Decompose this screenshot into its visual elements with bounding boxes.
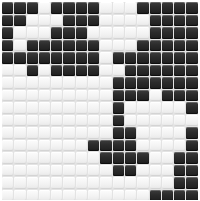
tile-r4c5-black [51,40,62,52]
tile-r8c15-black [174,90,185,102]
tile-r14c1-white [2,165,13,177]
tile-r5c9-white [100,52,111,64]
tile-r1c3-black [27,2,38,14]
tile-r13c15-black [174,152,185,164]
tile-r1c4-white [39,2,50,14]
tile-r3c5-black [51,27,62,39]
tile-r16c15-black [174,190,185,201]
tile-r5c15-black [174,52,185,64]
tile-r4c12-black [137,40,148,52]
tile-r15c16-black [186,177,197,189]
tile-r12c8-black [88,140,99,152]
tile-r6c5-black [51,65,62,77]
tile-r14c9-white [100,165,111,177]
tile-r3c12-white [137,27,148,39]
tile-r3c11-white [125,27,136,39]
tile-r9c13-white [150,102,161,114]
tile-r9c16-black [186,102,197,114]
tile-r14c7-white [76,165,87,177]
tile-r10c8-white [88,115,99,127]
tile-r6c11-black [125,65,136,77]
tile-r8c2-white [14,90,25,102]
tile-r16c9-white [100,190,111,201]
tile-r8c10-black [113,90,124,102]
tile-r4c6-black [63,40,74,52]
tile-r10c14-white [162,115,173,127]
tile-r14c5-white [51,165,62,177]
tile-r9c11-white [125,102,136,114]
tile-r14c15-black [174,165,185,177]
tile-r9c2-white [14,102,25,114]
tile-r4c14-black [162,40,173,52]
tile-r13c10-black [113,152,124,164]
tile-r16c6-white [63,190,74,201]
tile-r4c2-white [14,40,25,52]
tile-r6c7-black [76,65,87,77]
tile-r8c14-black [162,90,173,102]
tile-r10c9-white [100,115,111,127]
tile-r1c8-black [88,2,99,14]
tile-r7c11-black [125,77,136,89]
tile-r10c13-white [150,115,161,127]
tile-r12c2-white [14,140,25,152]
tile-r7c5-white [51,77,62,89]
tile-r6c6-black [63,65,74,77]
tile-r7c15-black [174,77,185,89]
tile-r10c7-white [76,115,87,127]
tile-r5c4-black [39,52,50,64]
tile-r13c8-white [88,152,99,164]
tile-r11c3-white [27,127,38,139]
tile-r3c10-white [113,27,124,39]
tile-r11c9-white [100,127,111,139]
tile-r5c5-black [51,52,62,64]
tile-r13c4-white [39,152,50,164]
tile-r15c7-white [76,177,87,189]
tile-r1c15-black [174,2,185,14]
tile-r4c10-white [113,40,124,52]
tile-r15c1-white [2,177,13,189]
tile-r12c15-white [174,140,185,152]
tile-r1c12-black [137,2,148,14]
tile-r8c16-black [186,90,197,102]
tile-r4c7-black [76,40,87,52]
tile-r5c13-black [150,52,161,64]
tile-r15c2-white [14,177,25,189]
tile-r3c7-black [76,27,87,39]
tile-r10c16-white [186,115,197,127]
tile-r6c9-white [100,65,111,77]
tile-r5c1-black [2,52,13,64]
tile-r11c6-white [63,127,74,139]
tile-r6c3-black [27,65,38,77]
tile-r10c1-white [2,115,13,127]
tile-r1c13-black [150,2,161,14]
tile-r8c13-white [150,90,161,102]
tile-r7c6-white [63,77,74,89]
tile-r12c14-white [162,140,173,152]
tile-r6c13-black [150,65,161,77]
tile-r2c1-black [2,15,13,27]
tile-r2c8-black [88,15,99,27]
tile-r1c14-black [162,2,173,14]
tile-r13c1-white [2,152,13,164]
tile-r9c15-white [174,102,185,114]
tile-r11c1-white [2,127,13,139]
tile-r16c4-white [39,190,50,201]
tile-r15c14-white [162,177,173,189]
tile-r6c1-white [2,65,13,77]
tile-r15c12-white [137,177,148,189]
tile-r4c8-black [88,40,99,52]
tile-r9c8-white [88,102,99,114]
tile-r2c14-black [162,15,173,27]
tile-r2c16-black [186,15,197,27]
tile-r9c5-white [51,102,62,114]
tile-r11c2-white [14,127,25,139]
tile-r5c12-black [137,52,148,64]
tile-r3c4-white [39,27,50,39]
tile-r6c2-white [14,65,25,77]
tile-r9c1-white [2,102,13,114]
tile-r7c7-white [76,77,87,89]
tile-r14c11-black [125,165,136,177]
tile-r4c4-black [39,40,50,52]
tile-r15c5-white [51,177,62,189]
tile-r4c11-white [125,40,136,52]
tile-r10c11-white [125,115,136,127]
tile-r8c3-white [27,90,38,102]
tile-r14c12-white [137,165,148,177]
tile-r8c9-white [100,90,111,102]
tile-r2c6-black [63,15,74,27]
tile-r15c13-white [150,177,161,189]
tile-r13c14-white [162,152,173,164]
tile-r12c1-white [2,140,13,152]
tile-r16c7-white [76,190,87,201]
tile-r5c14-black [162,52,173,64]
tile-r13c11-black [125,152,136,164]
tile-r14c8-white [88,165,99,177]
tile-r3c15-black [174,27,185,39]
tile-r15c8-white [88,177,99,189]
tile-r11c8-white [88,127,99,139]
tile-r14c14-white [162,165,173,177]
tile-r3c6-black [63,27,74,39]
tile-r7c3-white [27,77,38,89]
tile-r11c15-white [174,127,185,139]
tile-r5c7-black [76,52,87,64]
tile-r6c4-white [39,65,50,77]
tile-r5c8-black [88,52,99,64]
tile-r15c6-white [63,177,74,189]
tile-r16c14-black [162,190,173,201]
tile-r11c12-white [137,127,148,139]
tile-r11c10-black [113,127,124,139]
tile-r8c1-white [2,90,13,102]
tile-r10c10-black [113,115,124,127]
tile-r9c3-white [27,102,38,114]
tile-r13c6-white [63,152,74,164]
tile-r13c3-white [27,152,38,164]
tile-r3c3-white [27,27,38,39]
tile-r16c8-white [88,190,99,201]
tile-r16c11-white [125,190,136,201]
tile-r3c16-black [186,27,197,39]
tile-r7c12-black [137,77,148,89]
tile-r3c8-white [88,27,99,39]
tile-r12c6-white [63,140,74,152]
tile-r14c4-white [39,165,50,177]
tile-r2c5-white [51,15,62,27]
tile-r1c16-black [186,2,197,14]
tile-r14c6-white [63,165,74,177]
tile-r16c5-white [51,190,62,201]
tile-r12c7-white [76,140,87,152]
tile-r9c7-white [76,102,87,114]
tile-r3c2-white [14,27,25,39]
tile-r12c10-black [113,140,124,152]
tile-r2c12-white [137,15,148,27]
tile-r2c4-white [39,15,50,27]
tile-r8c4-white [39,90,50,102]
tile-r1c9-white [100,2,111,14]
tile-r16c16-black [186,190,197,201]
tile-r8c12-black [137,90,148,102]
tile-r9c4-white [39,102,50,114]
tile-r13c16-black [186,152,197,164]
tile-r2c3-white [27,15,38,27]
tile-r8c5-white [51,90,62,102]
tile-r16c2-white [14,190,25,201]
tile-r9c9-white [100,102,111,114]
tile-r12c4-white [39,140,50,152]
tile-r16c10-white [113,190,124,201]
tile-r7c4-white [39,77,50,89]
tile-r11c14-white [162,127,173,139]
mosaic-screenshot [0,0,200,200]
tile-r6c15-black [174,65,185,77]
tile-r16c3-white [27,190,38,201]
tile-r5c11-black [125,52,136,64]
tile-r1c1-black [2,2,13,14]
tile-r13c7-white [76,152,87,164]
tile-r13c2-white [14,152,25,164]
tile-r4c16-black [186,40,197,52]
tile-r11c7-white [76,127,87,139]
tile-r8c8-white [88,90,99,102]
tile-r14c3-white [27,165,38,177]
tile-r8c11-black [125,90,136,102]
tile-r4c13-black [150,40,161,52]
tile-r13c12-black [137,152,148,164]
tile-r2c9-white [100,15,111,27]
tile-r2c10-white [113,15,124,27]
tile-r14c2-white [14,165,25,177]
tile-r6c16-black [186,65,197,77]
tile-r15c9-white [100,177,111,189]
tile-r12c11-black [125,140,136,152]
tile-r1c10-white [113,2,124,14]
tile-r11c4-white [39,127,50,139]
tile-r2c13-black [150,15,161,27]
tile-r11c5-white [51,127,62,139]
tile-r5c6-black [63,52,74,64]
tile-r15c11-white [125,177,136,189]
tile-r3c9-white [100,27,111,39]
tile-r16c12-white [137,190,148,201]
tile-r12c13-white [150,140,161,152]
tile-r11c11-black [125,127,136,139]
tile-r12c5-white [51,140,62,152]
tile-r8c6-white [63,90,74,102]
tile-r12c3-white [27,140,38,152]
tile-r14c10-black [113,165,124,177]
tile-r10c15-white [174,115,185,127]
tile-r11c16-black [186,127,197,139]
tile-r15c4-white [39,177,50,189]
tile-r9c10-black [113,102,124,114]
tile-r13c13-white [150,152,161,164]
tile-r5c16-black [186,52,197,64]
tile-r7c2-white [14,77,25,89]
tile-r7c16-black [186,77,197,89]
tile-r12c16-black [186,140,197,152]
tile-r15c3-white [27,177,38,189]
tile-r1c2-black [14,2,25,14]
tile-r10c12-white [137,115,148,127]
tile-r1c11-white [125,2,136,14]
tile-r10c2-white [14,115,25,127]
tile-r10c5-white [51,115,62,127]
tile-r16c1-white [2,190,13,201]
tile-r14c13-white [150,165,161,177]
tile-r3c14-black [162,27,173,39]
tile-r6c12-black [137,65,148,77]
tile-r9c12-white [137,102,148,114]
tile-r4c1-black [2,40,13,52]
tile-r7c10-black [113,77,124,89]
tile-r4c3-black [27,40,38,52]
tile-r13c9-black [100,152,111,164]
tile-r6c14-black [162,65,173,77]
tile-r7c9-white [100,77,111,89]
tile-r10c4-white [39,115,50,127]
tile-r2c15-black [174,15,185,27]
tile-r7c13-black [150,77,161,89]
tile-r16c13-black [150,190,161,201]
tile-r15c15-black [174,177,185,189]
tile-r10c3-white [27,115,38,127]
tile-r1c6-black [63,2,74,14]
tile-r2c11-white [125,15,136,27]
tile-r15c10-white [113,177,124,189]
mosaic-grid [2,2,198,200]
tile-r3c1-black [2,27,13,39]
tile-r10c6-white [63,115,74,127]
tile-r5c3-black [27,52,38,64]
tile-r6c8-black [88,65,99,77]
tile-r4c9-white [100,40,111,52]
tile-r12c12-white [137,140,148,152]
tile-r4c15-black [174,40,185,52]
tile-r5c2-black [14,52,25,64]
tile-r7c8-white [88,77,99,89]
tile-r9c14-white [162,102,173,114]
tile-r5c10-black [113,52,124,64]
tile-r9c6-white [63,102,74,114]
tile-r7c14-black [162,77,173,89]
tile-r13c5-white [51,152,62,164]
tile-r1c5-black [51,2,62,14]
tile-r8c7-white [76,90,87,102]
tile-r1c7-black [76,2,87,14]
tile-r3c13-black [150,27,161,39]
tile-r12c9-black [100,140,111,152]
tile-r14c16-black [186,165,197,177]
tile-r11c13-white [150,127,161,139]
tile-r6c10-white [113,65,124,77]
tile-r2c2-black [14,15,25,27]
tile-r2c7-black [76,15,87,27]
tile-r7c1-white [2,77,13,89]
